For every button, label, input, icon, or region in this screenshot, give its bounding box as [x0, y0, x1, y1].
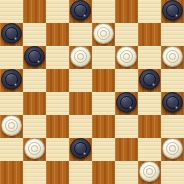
square-e4: [92, 92, 115, 115]
square-a5[interactable]: [0, 69, 23, 92]
checkers-board: [0, 0, 184, 184]
square-h6[interactable]: [161, 46, 184, 69]
square-h3: [161, 115, 184, 138]
square-c1[interactable]: [46, 161, 69, 184]
square-e5[interactable]: [92, 69, 115, 92]
square-a7[interactable]: [0, 23, 23, 46]
square-e7[interactable]: [92, 23, 115, 46]
square-c3[interactable]: [46, 115, 69, 138]
square-d7: [69, 23, 92, 46]
square-f2[interactable]: [115, 138, 138, 161]
square-e8: [92, 0, 115, 23]
square-g2: [138, 138, 161, 161]
square-g4: [138, 92, 161, 115]
black-man-h4[interactable]: [162, 92, 183, 113]
square-g5[interactable]: [138, 69, 161, 92]
square-c2: [46, 138, 69, 161]
square-h1: [161, 161, 184, 184]
square-a2: [0, 138, 23, 161]
square-g8: [138, 0, 161, 23]
square-b7: [23, 23, 46, 46]
square-d1: [69, 161, 92, 184]
square-b3: [23, 115, 46, 138]
square-g3[interactable]: [138, 115, 161, 138]
square-b4[interactable]: [23, 92, 46, 115]
square-c4: [46, 92, 69, 115]
square-a8: [0, 0, 23, 23]
square-b5: [23, 69, 46, 92]
square-a6: [0, 46, 23, 69]
square-h4[interactable]: [161, 92, 184, 115]
square-f7: [115, 23, 138, 46]
square-h8[interactable]: [161, 0, 184, 23]
square-f6[interactable]: [115, 46, 138, 69]
square-c6: [46, 46, 69, 69]
white-man-h2[interactable]: [162, 138, 183, 159]
square-g7[interactable]: [138, 23, 161, 46]
square-h7: [161, 23, 184, 46]
square-b6[interactable]: [23, 46, 46, 69]
square-f5: [115, 69, 138, 92]
black-man-d2[interactable]: [70, 138, 91, 159]
square-d2[interactable]: [69, 138, 92, 161]
white-man-g1[interactable]: [139, 161, 160, 182]
black-man-a7[interactable]: [1, 23, 22, 44]
white-man-b2[interactable]: [24, 138, 45, 159]
square-f8[interactable]: [115, 0, 138, 23]
square-g1[interactable]: [138, 161, 161, 184]
square-a1[interactable]: [0, 161, 23, 184]
black-man-g5[interactable]: [139, 69, 160, 90]
square-b1: [23, 161, 46, 184]
white-man-e7[interactable]: [93, 23, 114, 44]
square-d8[interactable]: [69, 0, 92, 23]
square-d3: [69, 115, 92, 138]
square-e3[interactable]: [92, 115, 115, 138]
square-d6[interactable]: [69, 46, 92, 69]
square-h5: [161, 69, 184, 92]
white-man-d6[interactable]: [70, 46, 91, 67]
black-man-f4[interactable]: [116, 92, 137, 113]
black-man-d8[interactable]: [70, 0, 91, 21]
white-man-f6[interactable]: [116, 46, 137, 67]
square-f1: [115, 161, 138, 184]
black-man-a5[interactable]: [1, 69, 22, 90]
square-c8: [46, 0, 69, 23]
square-b8[interactable]: [23, 0, 46, 23]
white-man-h6[interactable]: [162, 46, 183, 67]
square-d5: [69, 69, 92, 92]
square-c5[interactable]: [46, 69, 69, 92]
black-man-b6[interactable]: [24, 46, 45, 67]
square-a3[interactable]: [0, 115, 23, 138]
square-f4[interactable]: [115, 92, 138, 115]
square-d4[interactable]: [69, 92, 92, 115]
black-man-h8[interactable]: [162, 0, 183, 21]
square-b2[interactable]: [23, 138, 46, 161]
square-c7[interactable]: [46, 23, 69, 46]
square-e1[interactable]: [92, 161, 115, 184]
square-e6: [92, 46, 115, 69]
white-man-a3[interactable]: [1, 115, 22, 136]
square-e2: [92, 138, 115, 161]
square-h2[interactable]: [161, 138, 184, 161]
square-a4: [0, 92, 23, 115]
square-g6: [138, 46, 161, 69]
square-f3: [115, 115, 138, 138]
